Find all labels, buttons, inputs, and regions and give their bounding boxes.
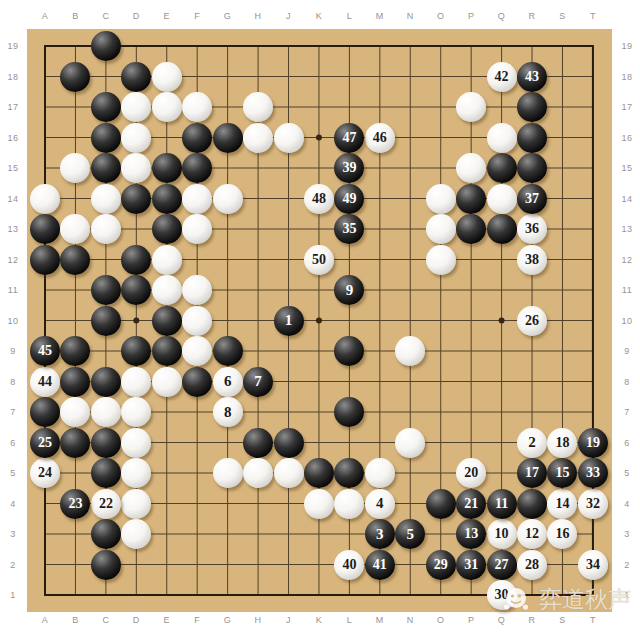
stone-white-M4-move-4: 4 [365,489,395,519]
stone-black-J6 [274,428,304,458]
stone-black-H6 [243,428,273,458]
col-label-bottom-A: A [42,615,49,625]
stone-black-C2 [91,550,121,580]
stone-black-F15 [182,153,212,183]
row-label-left-17: 17 [7,102,18,112]
stone-white-F13 [182,214,212,244]
row-label-right-1: 1 [624,590,630,600]
row-label-right-10: 10 [621,316,632,326]
stone-black-G9 [213,336,243,366]
col-label-top-T: T [590,11,596,21]
row-label-right-2: 2 [624,560,630,570]
stone-white-D8 [121,367,151,397]
row-label-left-10: 10 [7,316,18,326]
stone-white-A8-move-44: 44 [30,367,60,397]
stone-black-C15 [91,153,121,183]
row-label-right-5: 5 [624,468,630,478]
stone-black-P2-move-31: 31 [456,550,486,580]
stone-white-H5 [243,458,273,488]
stone-black-E10 [152,306,182,336]
stone-black-B8 [60,367,90,397]
stone-black-L14-move-49: 49 [334,184,364,214]
stone-white-G8-move-6: 6 [213,367,243,397]
stone-white-L2-move-40: 40 [334,550,364,580]
stone-black-D14 [121,184,151,214]
col-label-top-E: E [163,11,170,21]
row-label-left-15: 15 [7,163,18,173]
row-label-left-9: 9 [10,346,16,356]
stone-white-T4-move-32: 32 [578,489,608,519]
row-label-right-12: 12 [621,255,632,265]
col-label-bottom-C: C [102,615,109,625]
go-board-diagram: AABBCCDDEEFFGGHHJJKKLLMMNNOOPPQQRRSSTT19… [0,0,640,640]
stone-black-C17 [91,92,121,122]
stone-black-T6-move-19: 19 [578,428,608,458]
row-label-right-4: 4 [624,499,630,509]
stone-white-K14-move-48: 48 [304,184,334,214]
col-label-bottom-J: J [286,615,291,625]
row-label-right-18: 18 [621,72,632,82]
stone-black-B4-move-23: 23 [60,489,90,519]
stone-black-Q13 [487,214,517,244]
stone-white-R3-move-12: 12 [517,519,547,549]
stone-white-P17 [456,92,486,122]
stone-black-B12 [60,245,90,275]
stone-black-A13 [30,214,60,244]
row-label-right-13: 13 [621,224,632,234]
row-label-right-7: 7 [624,407,630,417]
stone-black-M2-move-41: 41 [365,550,395,580]
stone-black-B6 [60,428,90,458]
stone-white-G5 [213,458,243,488]
row-label-left-8: 8 [10,377,16,387]
row-label-left-7: 7 [10,407,16,417]
stone-black-D12 [121,245,151,275]
stone-white-D16 [121,123,151,153]
stone-white-M16-move-46: 46 [365,123,395,153]
row-label-right-19: 19 [621,41,632,51]
col-label-top-A: A [42,11,49,21]
row-label-left-3: 3 [10,529,16,539]
stone-black-C19 [91,31,121,61]
stone-white-C14 [91,184,121,214]
row-label-right-15: 15 [621,163,632,173]
stone-white-S6-move-18: 18 [547,428,577,458]
col-label-bottom-H: H [255,615,262,625]
stone-black-R18-move-43: 43 [517,62,547,92]
col-label-top-J: J [286,11,291,21]
row-label-right-8: 8 [624,377,630,387]
stone-white-A5-move-24: 24 [30,458,60,488]
stone-black-T5-move-33: 33 [578,458,608,488]
stone-white-E11 [152,275,182,305]
stone-black-C5 [91,458,121,488]
stone-white-C13 [91,214,121,244]
stone-black-P4-move-21: 21 [456,489,486,519]
stone-black-A12 [30,245,60,275]
stone-black-P14 [456,184,486,214]
row-label-right-9: 9 [624,346,630,356]
stone-black-Q2-move-27: 27 [487,550,517,580]
stone-white-S4-move-14: 14 [547,489,577,519]
stone-black-O4 [426,489,456,519]
stone-white-P5-move-20: 20 [456,458,486,488]
stone-white-A14 [30,184,60,214]
stone-white-Q14 [487,184,517,214]
stone-white-O14 [426,184,456,214]
stone-black-O2-move-29: 29 [426,550,456,580]
col-label-bottom-D: D [133,615,140,625]
stone-black-R17 [517,92,547,122]
stone-black-M3-move-3: 3 [365,519,395,549]
stone-white-M5 [365,458,395,488]
stone-black-E13 [152,214,182,244]
row-label-left-16: 16 [7,133,18,143]
col-label-bottom-M: M [376,615,384,625]
row-label-right-17: 17 [621,102,632,112]
row-label-left-1: 1 [10,590,16,600]
stone-white-R2-move-28: 28 [517,550,547,580]
col-label-bottom-Q: Q [498,615,506,625]
col-label-top-P: P [468,11,475,21]
stone-black-L16-move-47: 47 [334,123,364,153]
stone-white-O13 [426,214,456,244]
stone-black-E15 [152,153,182,183]
col-label-top-B: B [72,11,79,21]
row-label-left-12: 12 [7,255,18,265]
stone-black-G16 [213,123,243,153]
row-label-left-13: 13 [7,224,18,234]
stone-black-R16 [517,123,547,153]
stone-black-Q4-move-11: 11 [487,489,517,519]
stone-white-C4-move-22: 22 [91,489,121,519]
stone-white-R6-move-2: 2 [517,428,547,458]
stone-white-E12 [152,245,182,275]
stone-black-C3 [91,519,121,549]
stone-white-J16 [274,123,304,153]
row-label-left-4: 4 [10,499,16,509]
row-label-left-6: 6 [10,438,16,448]
stone-white-R12-move-38: 38 [517,245,547,275]
stone-black-K5 [304,458,334,488]
stone-white-K4 [304,489,334,519]
col-label-top-K: K [316,11,323,21]
go-diagram-page: { "game": "go", "board": { "size": 19, "… [0,0,640,640]
col-label-bottom-E: E [163,615,170,625]
col-label-bottom-S: S [559,615,566,625]
stone-black-C11 [91,275,121,305]
stone-black-A7 [30,397,60,427]
col-label-top-N: N [407,11,414,21]
row-label-left-2: 2 [10,560,16,570]
stone-white-P15 [456,153,486,183]
stone-black-E14 [152,184,182,214]
stone-white-G14 [213,184,243,214]
col-label-top-C: C [102,11,109,21]
stone-white-Q16 [487,123,517,153]
col-label-top-F: F [194,11,200,21]
stone-white-F9 [182,336,212,366]
col-label-top-R: R [529,11,536,21]
col-label-bottom-K: K [316,615,323,625]
stone-black-B18 [60,62,90,92]
col-label-top-O: O [437,11,445,21]
col-label-top-M: M [376,11,384,21]
stone-white-K12-move-50: 50 [304,245,334,275]
col-label-bottom-R: R [529,615,536,625]
stone-black-Q15 [487,153,517,183]
row-label-left-14: 14 [7,194,18,204]
stone-black-A9-move-45: 45 [30,336,60,366]
stone-black-R15 [517,153,547,183]
stone-black-A6-move-25: 25 [30,428,60,458]
stone-black-E9 [152,336,182,366]
row-label-left-18: 18 [7,72,18,82]
row-label-right-11: 11 [622,285,632,295]
stone-white-F10 [182,306,212,336]
col-label-bottom-N: N [407,615,414,625]
col-label-bottom-F: F [194,615,200,625]
stone-white-Q3-move-10: 10 [487,519,517,549]
stone-white-C7 [91,397,121,427]
col-label-top-S: S [559,11,566,21]
col-label-bottom-L: L [347,615,353,625]
stone-black-R4 [517,489,547,519]
stone-white-J5 [274,458,304,488]
stone-white-L4 [334,489,364,519]
col-label-top-G: G [224,11,232,21]
col-label-bottom-B: B [72,615,79,625]
stone-white-F17 [182,92,212,122]
stone-white-R10-move-26: 26 [517,306,547,336]
stone-white-E17 [152,92,182,122]
stone-black-C16 [91,123,121,153]
stone-white-E8 [152,367,182,397]
stone-black-H8-move-7: 7 [243,367,273,397]
stone-white-T2-move-34: 34 [578,550,608,580]
stone-black-J10-move-1: 1 [274,306,304,336]
stone-white-D4 [121,489,151,519]
row-label-right-3: 3 [624,529,630,539]
stone-white-H16 [243,123,273,153]
stone-white-G7-move-8: 8 [213,397,243,427]
stone-white-F11 [182,275,212,305]
stone-white-Q18-move-42: 42 [487,62,517,92]
col-label-top-Q: Q [498,11,506,21]
row-label-left-11: 11 [8,285,18,295]
col-label-top-D: D [133,11,140,21]
col-label-top-L: L [347,11,353,21]
stone-white-Q1-move-30: 30 [487,580,517,610]
col-label-bottom-P: P [468,615,475,625]
row-label-right-16: 16 [621,133,632,143]
col-label-bottom-O: O [437,615,445,625]
stone-white-R13-move-36: 36 [517,214,547,244]
stone-black-C10 [91,306,121,336]
stone-white-H17 [243,92,273,122]
col-label-bottom-G: G [224,615,232,625]
stone-black-P3-move-13: 13 [456,519,486,549]
stone-black-C6 [91,428,121,458]
stone-white-O12 [426,245,456,275]
row-label-right-14: 14 [621,194,632,204]
stone-black-P13 [456,214,486,244]
stone-white-N6 [395,428,425,458]
stone-black-D18 [121,62,151,92]
stone-white-F14 [182,184,212,214]
col-label-bottom-T: T [590,615,596,625]
stone-black-R5-move-17: 17 [517,458,547,488]
stone-black-C8 [91,367,121,397]
row-label-left-19: 19 [7,41,18,51]
row-label-right-6: 6 [624,438,630,448]
stone-black-R14-move-37: 37 [517,184,547,214]
row-label-left-5: 5 [10,468,16,478]
stone-black-F16 [182,123,212,153]
stone-black-F8 [182,367,212,397]
stone-white-E18 [152,62,182,92]
stone-white-D6 [121,428,151,458]
col-label-top-H: H [255,11,262,21]
